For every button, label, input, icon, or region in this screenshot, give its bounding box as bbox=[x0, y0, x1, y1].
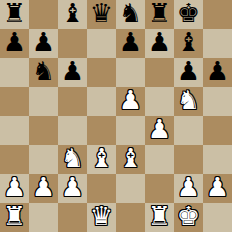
black-bishop: ♝ bbox=[61, 0, 84, 28]
square-c1[interactable] bbox=[58, 203, 87, 232]
white-bishop: ♝ bbox=[90, 145, 113, 173]
square-f6[interactable] bbox=[145, 58, 174, 87]
square-f5[interactable] bbox=[145, 87, 174, 116]
square-b1[interactable] bbox=[29, 203, 58, 232]
square-d2[interactable] bbox=[87, 174, 116, 203]
square-g1[interactable]: ♚ bbox=[174, 203, 203, 232]
square-a6[interactable] bbox=[0, 58, 29, 87]
square-g3[interactable] bbox=[174, 145, 203, 174]
white-rook: ♜ bbox=[148, 203, 171, 231]
white-king: ♚ bbox=[177, 203, 200, 231]
square-c8[interactable]: ♝ bbox=[58, 0, 87, 29]
black-pawn: ♟ bbox=[177, 58, 200, 86]
square-a5[interactable] bbox=[0, 87, 29, 116]
black-pawn: ♟ bbox=[206, 58, 229, 86]
white-pawn: ♟ bbox=[61, 174, 84, 202]
square-b5[interactable] bbox=[29, 87, 58, 116]
square-h2[interactable]: ♟ bbox=[203, 174, 232, 203]
square-f1[interactable]: ♜ bbox=[145, 203, 174, 232]
black-pawn: ♟ bbox=[32, 29, 55, 57]
square-e7[interactable]: ♟ bbox=[116, 29, 145, 58]
white-knight: ♞ bbox=[61, 145, 84, 173]
white-queen: ♛ bbox=[90, 203, 113, 231]
square-h1[interactable] bbox=[203, 203, 232, 232]
square-e5[interactable]: ♟ bbox=[116, 87, 145, 116]
square-e4[interactable] bbox=[116, 116, 145, 145]
white-pawn: ♟ bbox=[32, 174, 55, 202]
square-d3[interactable]: ♝ bbox=[87, 145, 116, 174]
square-d1[interactable]: ♛ bbox=[87, 203, 116, 232]
square-c2[interactable]: ♟ bbox=[58, 174, 87, 203]
black-pawn: ♟ bbox=[61, 58, 84, 86]
square-e1[interactable] bbox=[116, 203, 145, 232]
square-e3[interactable]: ♝ bbox=[116, 145, 145, 174]
square-g4[interactable] bbox=[174, 116, 203, 145]
square-e6[interactable] bbox=[116, 58, 145, 87]
square-c3[interactable]: ♞ bbox=[58, 145, 87, 174]
square-h7[interactable] bbox=[203, 29, 232, 58]
black-rook: ♜ bbox=[3, 0, 26, 28]
square-h6[interactable]: ♟ bbox=[203, 58, 232, 87]
square-c5[interactable] bbox=[58, 87, 87, 116]
black-queen: ♛ bbox=[90, 0, 113, 28]
square-g5[interactable]: ♞ bbox=[174, 87, 203, 116]
black-knight: ♞ bbox=[32, 58, 55, 86]
white-pawn: ♟ bbox=[119, 87, 142, 115]
white-pawn: ♟ bbox=[148, 116, 171, 144]
square-d7[interactable] bbox=[87, 29, 116, 58]
square-a2[interactable]: ♟ bbox=[0, 174, 29, 203]
square-f2[interactable] bbox=[145, 174, 174, 203]
square-e8[interactable]: ♞ bbox=[116, 0, 145, 29]
square-a4[interactable] bbox=[0, 116, 29, 145]
square-c7[interactable] bbox=[58, 29, 87, 58]
square-b8[interactable] bbox=[29, 0, 58, 29]
square-e2[interactable] bbox=[116, 174, 145, 203]
square-g8[interactable]: ♚ bbox=[174, 0, 203, 29]
white-pawn: ♟ bbox=[206, 174, 229, 202]
square-h3[interactable] bbox=[203, 145, 232, 174]
black-pawn: ♟ bbox=[3, 29, 26, 57]
square-h8[interactable] bbox=[203, 0, 232, 29]
square-g2[interactable]: ♟ bbox=[174, 174, 203, 203]
square-c6[interactable]: ♟ bbox=[58, 58, 87, 87]
square-f4[interactable]: ♟ bbox=[145, 116, 174, 145]
square-a7[interactable]: ♟ bbox=[0, 29, 29, 58]
square-g6[interactable]: ♟ bbox=[174, 58, 203, 87]
black-pawn: ♟ bbox=[148, 29, 171, 57]
square-h4[interactable] bbox=[203, 116, 232, 145]
square-a1[interactable]: ♜ bbox=[0, 203, 29, 232]
square-b4[interactable] bbox=[29, 116, 58, 145]
square-d4[interactable] bbox=[87, 116, 116, 145]
square-d5[interactable] bbox=[87, 87, 116, 116]
black-king: ♚ bbox=[177, 0, 200, 28]
black-knight: ♞ bbox=[119, 0, 142, 28]
black-rook: ♜ bbox=[148, 0, 171, 28]
square-b6[interactable]: ♞ bbox=[29, 58, 58, 87]
square-b7[interactable]: ♟ bbox=[29, 29, 58, 58]
white-pawn: ♟ bbox=[3, 174, 26, 202]
square-b2[interactable]: ♟ bbox=[29, 174, 58, 203]
square-b3[interactable] bbox=[29, 145, 58, 174]
square-f7[interactable]: ♟ bbox=[145, 29, 174, 58]
square-d6[interactable] bbox=[87, 58, 116, 87]
black-bishop: ♝ bbox=[177, 29, 200, 57]
white-bishop: ♝ bbox=[119, 145, 142, 173]
square-g7[interactable]: ♝ bbox=[174, 29, 203, 58]
chess-board: ♜♝♛♞♜♚♟♟♟♟♝♞♟♟♟♟♞♟♞♝♝♟♟♟♟♟♜♛♜♚ bbox=[0, 0, 232, 232]
square-h5[interactable] bbox=[203, 87, 232, 116]
square-f8[interactable]: ♜ bbox=[145, 0, 174, 29]
black-pawn: ♟ bbox=[119, 29, 142, 57]
white-knight: ♞ bbox=[177, 87, 200, 115]
square-d8[interactable]: ♛ bbox=[87, 0, 116, 29]
square-f3[interactable] bbox=[145, 145, 174, 174]
square-c4[interactable] bbox=[58, 116, 87, 145]
white-rook: ♜ bbox=[3, 203, 26, 231]
white-pawn: ♟ bbox=[177, 174, 200, 202]
square-a3[interactable] bbox=[0, 145, 29, 174]
square-a8[interactable]: ♜ bbox=[0, 0, 29, 29]
